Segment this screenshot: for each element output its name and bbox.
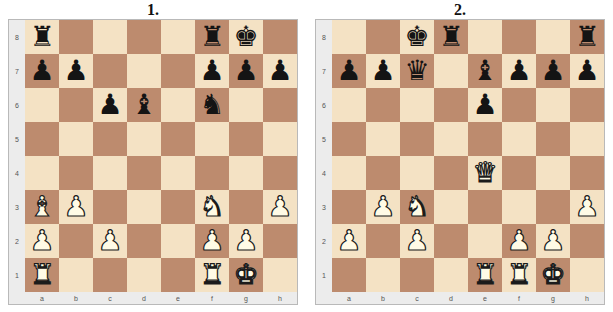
rank-label-5: 5 bbox=[9, 122, 25, 156]
square-d7 bbox=[434, 54, 468, 88]
rank-label-8: 8 bbox=[316, 20, 332, 54]
square-f2: ♟ bbox=[195, 224, 229, 258]
square-c7 bbox=[93, 54, 127, 88]
square-e6: ♟ bbox=[468, 88, 502, 122]
rank-label-3: 3 bbox=[9, 190, 25, 224]
square-g7: ♟ bbox=[229, 54, 263, 88]
square-d3 bbox=[127, 190, 161, 224]
white-rook: ♜ bbox=[506, 258, 531, 292]
square-b7: ♟ bbox=[59, 54, 93, 88]
chess-board-1: 8♜♜♚7♟♟♟♟♟6♟♝♞543♝♟♞♟2♟♟♟♟1♜♜♚abcdefgh bbox=[8, 19, 298, 305]
square-a5 bbox=[25, 122, 59, 156]
black-bishop: ♝ bbox=[472, 54, 497, 88]
square-d2 bbox=[127, 224, 161, 258]
square-h8 bbox=[263, 20, 297, 54]
file-label-h: h bbox=[263, 292, 297, 304]
square-b8 bbox=[59, 20, 93, 54]
square-g8: ♚ bbox=[229, 20, 263, 54]
square-e3 bbox=[468, 190, 502, 224]
square-a1 bbox=[332, 258, 366, 292]
square-h5 bbox=[570, 122, 604, 156]
square-g1: ♚ bbox=[536, 258, 570, 292]
gutter-corner bbox=[9, 292, 25, 304]
square-d8: ♜ bbox=[434, 20, 468, 54]
square-f8 bbox=[502, 20, 536, 54]
square-b3: ♟ bbox=[366, 190, 400, 224]
square-h2 bbox=[263, 224, 297, 258]
file-label-e: e bbox=[161, 292, 195, 304]
square-b4 bbox=[59, 156, 93, 190]
square-a4 bbox=[25, 156, 59, 190]
square-h6 bbox=[263, 88, 297, 122]
square-a6 bbox=[332, 88, 366, 122]
square-a1: ♜ bbox=[25, 258, 59, 292]
square-g6 bbox=[229, 88, 263, 122]
board-block-2: 2. 8♚♜♜7♟♟♛♝♟♟♟6♟54♛3♟♞♟2♟♟♟♟1♜♜♚abcdefg… bbox=[315, 1, 605, 312]
white-pawn: ♟ bbox=[267, 190, 292, 224]
square-a2: ♟ bbox=[332, 224, 366, 258]
square-b4 bbox=[366, 156, 400, 190]
black-pawn: ♟ bbox=[370, 54, 395, 88]
square-d6 bbox=[434, 88, 468, 122]
square-c1 bbox=[93, 258, 127, 292]
white-pawn: ♟ bbox=[233, 224, 258, 258]
square-h7: ♟ bbox=[570, 54, 604, 88]
white-pawn: ♟ bbox=[336, 224, 361, 258]
square-f4 bbox=[195, 156, 229, 190]
square-f7: ♟ bbox=[502, 54, 536, 88]
square-c8 bbox=[93, 20, 127, 54]
square-c2: ♟ bbox=[400, 224, 434, 258]
square-g3 bbox=[536, 190, 570, 224]
square-f6: ♞ bbox=[195, 88, 229, 122]
square-d4 bbox=[127, 156, 161, 190]
square-a2: ♟ bbox=[25, 224, 59, 258]
black-rook: ♜ bbox=[438, 20, 463, 54]
square-g4 bbox=[229, 156, 263, 190]
square-f6 bbox=[502, 88, 536, 122]
square-d5 bbox=[127, 122, 161, 156]
square-c4 bbox=[400, 156, 434, 190]
rank-label-4: 4 bbox=[9, 156, 25, 190]
square-f1: ♜ bbox=[195, 258, 229, 292]
file-label-f: f bbox=[502, 292, 536, 304]
square-d7 bbox=[127, 54, 161, 88]
rank-label-7: 7 bbox=[9, 54, 25, 88]
square-b3: ♟ bbox=[59, 190, 93, 224]
gutter-corner bbox=[316, 292, 332, 304]
white-queen: ♛ bbox=[472, 156, 497, 190]
square-h5 bbox=[263, 122, 297, 156]
square-f3: ♞ bbox=[195, 190, 229, 224]
square-e6 bbox=[161, 88, 195, 122]
square-b7: ♟ bbox=[366, 54, 400, 88]
rank-label-5: 5 bbox=[316, 122, 332, 156]
square-a3: ♝ bbox=[25, 190, 59, 224]
board-2-title: 2. bbox=[315, 1, 605, 19]
black-pawn: ♟ bbox=[63, 54, 88, 88]
square-e7: ♝ bbox=[468, 54, 502, 88]
white-king: ♚ bbox=[540, 258, 565, 292]
square-d4 bbox=[434, 156, 468, 190]
square-h7: ♟ bbox=[263, 54, 297, 88]
white-knight: ♞ bbox=[404, 190, 429, 224]
square-b5 bbox=[366, 122, 400, 156]
black-pawn: ♟ bbox=[29, 54, 54, 88]
rank-label-1: 1 bbox=[316, 258, 332, 292]
white-pawn: ♟ bbox=[506, 224, 531, 258]
square-e2 bbox=[468, 224, 502, 258]
square-g2: ♟ bbox=[229, 224, 263, 258]
square-c2: ♟ bbox=[93, 224, 127, 258]
square-e3 bbox=[161, 190, 195, 224]
white-pawn: ♟ bbox=[574, 190, 599, 224]
file-label-d: d bbox=[434, 292, 468, 304]
black-pawn: ♟ bbox=[472, 88, 497, 122]
square-b6 bbox=[366, 88, 400, 122]
square-a6 bbox=[25, 88, 59, 122]
black-pawn: ♟ bbox=[233, 54, 258, 88]
square-g2: ♟ bbox=[536, 224, 570, 258]
black-king: ♚ bbox=[404, 20, 429, 54]
square-b5 bbox=[59, 122, 93, 156]
square-e5 bbox=[161, 122, 195, 156]
white-rook: ♜ bbox=[29, 258, 54, 292]
square-b1 bbox=[59, 258, 93, 292]
square-a7: ♟ bbox=[25, 54, 59, 88]
file-label-g: g bbox=[536, 292, 570, 304]
white-bishop: ♝ bbox=[29, 190, 54, 224]
square-e5 bbox=[468, 122, 502, 156]
square-f7: ♟ bbox=[195, 54, 229, 88]
square-h6 bbox=[570, 88, 604, 122]
square-a4 bbox=[332, 156, 366, 190]
board-block-1: 1. 8♜♜♚7♟♟♟♟♟6♟♝♞543♝♟♞♟2♟♟♟♟1♜♜♚abcdefg… bbox=[8, 1, 298, 312]
page: 1. 8♜♜♚7♟♟♟♟♟6♟♝♞543♝♟♞♟2♟♟♟♟1♜♜♚abcdefg… bbox=[0, 0, 613, 312]
file-label-a: a bbox=[25, 292, 59, 304]
rank-label-8: 8 bbox=[9, 20, 25, 54]
square-f1: ♜ bbox=[502, 258, 536, 292]
black-knight: ♞ bbox=[199, 88, 224, 122]
white-pawn: ♟ bbox=[97, 224, 122, 258]
square-b2 bbox=[366, 224, 400, 258]
square-c6: ♟ bbox=[93, 88, 127, 122]
black-pawn: ♟ bbox=[540, 54, 565, 88]
square-e2 bbox=[161, 224, 195, 258]
file-label-c: c bbox=[400, 292, 434, 304]
square-c8: ♚ bbox=[400, 20, 434, 54]
square-h2 bbox=[570, 224, 604, 258]
black-pawn: ♟ bbox=[199, 54, 224, 88]
rank-label-2: 2 bbox=[9, 224, 25, 258]
square-d2 bbox=[434, 224, 468, 258]
white-pawn: ♟ bbox=[540, 224, 565, 258]
file-label-e: e bbox=[468, 292, 502, 304]
white-king: ♚ bbox=[233, 258, 258, 292]
square-e1: ♜ bbox=[468, 258, 502, 292]
square-d1 bbox=[127, 258, 161, 292]
file-label-b: b bbox=[59, 292, 93, 304]
file-label-c: c bbox=[93, 292, 127, 304]
square-b6 bbox=[59, 88, 93, 122]
square-f2: ♟ bbox=[502, 224, 536, 258]
square-h1 bbox=[570, 258, 604, 292]
square-a5 bbox=[332, 122, 366, 156]
square-f5 bbox=[502, 122, 536, 156]
square-a8: ♜ bbox=[25, 20, 59, 54]
square-c5 bbox=[400, 122, 434, 156]
square-h1 bbox=[263, 258, 297, 292]
square-g3 bbox=[229, 190, 263, 224]
black-pawn: ♟ bbox=[336, 54, 361, 88]
file-label-b: b bbox=[366, 292, 400, 304]
square-c7: ♛ bbox=[400, 54, 434, 88]
file-label-d: d bbox=[127, 292, 161, 304]
square-c1 bbox=[400, 258, 434, 292]
rank-label-3: 3 bbox=[316, 190, 332, 224]
square-h8: ♜ bbox=[570, 20, 604, 54]
square-h3: ♟ bbox=[263, 190, 297, 224]
square-h3: ♟ bbox=[570, 190, 604, 224]
square-a8 bbox=[332, 20, 366, 54]
black-pawn: ♟ bbox=[574, 54, 599, 88]
square-e8 bbox=[161, 20, 195, 54]
square-e1 bbox=[161, 258, 195, 292]
black-pawn: ♟ bbox=[267, 54, 292, 88]
square-e4 bbox=[161, 156, 195, 190]
square-d8 bbox=[127, 20, 161, 54]
black-queen: ♛ bbox=[404, 54, 429, 88]
square-b8 bbox=[366, 20, 400, 54]
rank-label-2: 2 bbox=[316, 224, 332, 258]
square-g7: ♟ bbox=[536, 54, 570, 88]
white-pawn: ♟ bbox=[404, 224, 429, 258]
chess-board-2: 8♚♜♜7♟♟♛♝♟♟♟6♟54♛3♟♞♟2♟♟♟♟1♜♜♚abcdefgh bbox=[315, 19, 605, 305]
white-rook: ♜ bbox=[199, 258, 224, 292]
black-pawn: ♟ bbox=[506, 54, 531, 88]
square-d3 bbox=[434, 190, 468, 224]
rank-label-6: 6 bbox=[9, 88, 25, 122]
square-f3 bbox=[502, 190, 536, 224]
square-h4 bbox=[263, 156, 297, 190]
file-label-a: a bbox=[332, 292, 366, 304]
square-g8 bbox=[536, 20, 570, 54]
square-f8: ♜ bbox=[195, 20, 229, 54]
white-knight: ♞ bbox=[199, 190, 224, 224]
black-pawn: ♟ bbox=[97, 88, 122, 122]
black-rook: ♜ bbox=[29, 20, 54, 54]
square-g6 bbox=[536, 88, 570, 122]
black-bishop: ♝ bbox=[131, 88, 156, 122]
square-b1 bbox=[366, 258, 400, 292]
square-f4 bbox=[502, 156, 536, 190]
square-c3: ♞ bbox=[400, 190, 434, 224]
file-label-g: g bbox=[229, 292, 263, 304]
square-g5 bbox=[536, 122, 570, 156]
square-g1: ♚ bbox=[229, 258, 263, 292]
square-c6 bbox=[400, 88, 434, 122]
square-d1 bbox=[434, 258, 468, 292]
white-pawn: ♟ bbox=[29, 224, 54, 258]
white-pawn: ♟ bbox=[370, 190, 395, 224]
black-king: ♚ bbox=[233, 20, 258, 54]
square-e4: ♛ bbox=[468, 156, 502, 190]
square-c5 bbox=[93, 122, 127, 156]
rank-label-4: 4 bbox=[316, 156, 332, 190]
board-1-title: 1. bbox=[8, 1, 298, 19]
square-h4 bbox=[570, 156, 604, 190]
square-a7: ♟ bbox=[332, 54, 366, 88]
square-g4 bbox=[536, 156, 570, 190]
square-g5 bbox=[229, 122, 263, 156]
white-pawn: ♟ bbox=[199, 224, 224, 258]
black-rook: ♜ bbox=[199, 20, 224, 54]
square-c4 bbox=[93, 156, 127, 190]
white-rook: ♜ bbox=[472, 258, 497, 292]
white-pawn: ♟ bbox=[63, 190, 88, 224]
black-rook: ♜ bbox=[574, 20, 599, 54]
file-label-h: h bbox=[570, 292, 604, 304]
square-f5 bbox=[195, 122, 229, 156]
square-d5 bbox=[434, 122, 468, 156]
file-label-f: f bbox=[195, 292, 229, 304]
rank-label-6: 6 bbox=[316, 88, 332, 122]
rank-label-1: 1 bbox=[9, 258, 25, 292]
square-e7 bbox=[161, 54, 195, 88]
square-a3 bbox=[332, 190, 366, 224]
square-c3 bbox=[93, 190, 127, 224]
square-b2 bbox=[59, 224, 93, 258]
rank-label-7: 7 bbox=[316, 54, 332, 88]
square-d6: ♝ bbox=[127, 88, 161, 122]
square-e8 bbox=[468, 20, 502, 54]
